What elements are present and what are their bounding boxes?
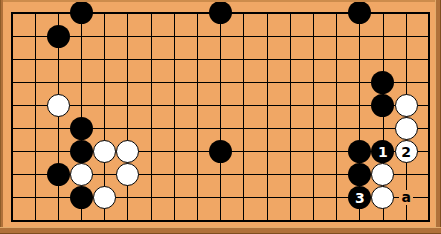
intersection	[70, 140, 93, 163]
intersection	[70, 186, 93, 209]
intersection	[93, 48, 116, 71]
intersection	[302, 140, 325, 163]
intersection	[325, 1, 348, 24]
intersection: 3	[348, 186, 371, 209]
intersection	[116, 117, 139, 140]
intersection	[47, 1, 70, 24]
point-label-a: a	[399, 190, 412, 205]
intersection	[186, 140, 209, 163]
white-stone	[116, 163, 139, 186]
intersection	[279, 186, 302, 209]
intersection	[116, 163, 139, 186]
intersection	[279, 25, 302, 48]
intersection	[70, 25, 93, 48]
intersection	[395, 117, 418, 140]
intersection	[209, 1, 232, 24]
intersection	[24, 140, 47, 163]
board-edge-top	[0, 0, 441, 2]
intersection	[279, 140, 302, 163]
black-stone-move-3: 3	[348, 186, 371, 209]
intersection	[232, 163, 255, 186]
intersection	[395, 48, 418, 71]
intersection	[255, 117, 278, 140]
black-stone	[348, 163, 371, 186]
intersection	[0, 186, 23, 209]
intersection	[116, 186, 139, 209]
intersection	[209, 48, 232, 71]
intersection	[395, 1, 418, 24]
intersection	[0, 94, 23, 117]
black-stone	[70, 140, 93, 163]
black-stone	[348, 1, 371, 24]
intersection	[24, 71, 47, 94]
intersection	[209, 163, 232, 186]
board-edge-left	[0, 0, 3, 234]
intersection	[24, 48, 47, 71]
intersection	[371, 186, 394, 209]
intersection	[0, 117, 23, 140]
white-stone	[70, 163, 93, 186]
black-stone	[209, 140, 232, 163]
intersection	[140, 94, 163, 117]
intersection	[371, 1, 394, 24]
intersection	[140, 186, 163, 209]
intersection	[209, 25, 232, 48]
intersection	[93, 163, 116, 186]
intersection	[209, 186, 232, 209]
intersection	[371, 48, 394, 71]
intersection	[70, 71, 93, 94]
intersection	[47, 186, 70, 209]
intersection	[348, 117, 371, 140]
intersection	[163, 163, 186, 186]
intersection: 2	[395, 140, 418, 163]
intersection	[0, 140, 23, 163]
intersection	[116, 94, 139, 117]
intersection	[325, 117, 348, 140]
intersection	[140, 140, 163, 163]
intersection	[186, 94, 209, 117]
intersection	[279, 71, 302, 94]
intersection	[116, 1, 139, 24]
intersection	[348, 163, 371, 186]
intersection	[186, 25, 209, 48]
intersection	[93, 25, 116, 48]
intersection: 1	[371, 140, 394, 163]
intersection	[209, 140, 232, 163]
intersection	[163, 186, 186, 209]
intersection	[24, 1, 47, 24]
intersection	[348, 1, 371, 24]
intersection	[255, 25, 278, 48]
intersection	[140, 117, 163, 140]
intersection	[325, 94, 348, 117]
intersection	[395, 25, 418, 48]
intersection	[0, 163, 23, 186]
intersection	[325, 25, 348, 48]
intersection	[348, 71, 371, 94]
intersection	[325, 163, 348, 186]
intersection	[24, 186, 47, 209]
white-stone	[116, 140, 139, 163]
black-stone-move-1: 1	[371, 140, 394, 163]
black-stone	[47, 25, 70, 48]
intersection	[140, 48, 163, 71]
intersection	[24, 117, 47, 140]
intersection	[140, 71, 163, 94]
intersection	[302, 1, 325, 24]
intersection	[395, 94, 418, 117]
intersection	[0, 25, 23, 48]
intersection	[93, 186, 116, 209]
intersection	[93, 117, 116, 140]
intersection	[70, 117, 93, 140]
intersection	[140, 1, 163, 24]
intersection	[371, 94, 394, 117]
intersection	[163, 1, 186, 24]
intersection	[255, 71, 278, 94]
intersection	[116, 48, 139, 71]
intersection	[24, 163, 47, 186]
intersection	[93, 71, 116, 94]
intersection	[163, 48, 186, 71]
intersection	[209, 117, 232, 140]
intersection: a	[395, 186, 418, 209]
intersection	[279, 1, 302, 24]
intersection	[348, 94, 371, 117]
black-stone	[371, 71, 394, 94]
intersection	[186, 186, 209, 209]
intersection	[24, 25, 47, 48]
intersection	[93, 1, 116, 24]
white-stone	[371, 186, 394, 209]
board-edge-bottom	[0, 227, 441, 234]
intersection	[24, 94, 47, 117]
intersection	[279, 94, 302, 117]
board-edge-right	[435, 0, 441, 234]
white-stone	[395, 94, 418, 117]
intersection	[371, 117, 394, 140]
intersection	[70, 48, 93, 71]
intersection	[302, 163, 325, 186]
intersection	[302, 71, 325, 94]
intersection	[395, 71, 418, 94]
intersection	[255, 94, 278, 117]
intersection	[325, 48, 348, 71]
intersection	[371, 25, 394, 48]
intersection	[232, 186, 255, 209]
intersection	[186, 1, 209, 24]
intersection	[255, 163, 278, 186]
intersection	[255, 48, 278, 71]
go-board: 123a	[0, 0, 441, 234]
intersection	[255, 1, 278, 24]
intersection	[186, 117, 209, 140]
intersection	[348, 25, 371, 48]
intersection	[93, 140, 116, 163]
intersection	[70, 163, 93, 186]
intersection	[70, 1, 93, 24]
intersection	[232, 140, 255, 163]
intersection	[302, 117, 325, 140]
intersection	[0, 1, 23, 24]
intersection	[116, 71, 139, 94]
intersection	[371, 71, 394, 94]
intersection	[232, 71, 255, 94]
intersection	[0, 71, 23, 94]
black-stone	[70, 186, 93, 209]
white-stone-move-2: 2	[395, 140, 418, 163]
intersection	[47, 48, 70, 71]
intersection	[140, 163, 163, 186]
intersection	[47, 94, 70, 117]
white-stone	[47, 94, 70, 117]
intersection	[302, 25, 325, 48]
intersection	[325, 71, 348, 94]
intersection	[163, 140, 186, 163]
white-stone	[93, 140, 116, 163]
white-stone	[395, 117, 418, 140]
white-stone	[93, 186, 116, 209]
intersection	[47, 117, 70, 140]
intersection	[232, 94, 255, 117]
intersection	[47, 163, 70, 186]
intersection	[163, 25, 186, 48]
intersection	[371, 163, 394, 186]
intersection	[186, 71, 209, 94]
intersection	[279, 48, 302, 71]
intersection	[232, 25, 255, 48]
intersection	[232, 1, 255, 24]
board-grid: 123a	[0, 1, 441, 232]
intersection	[255, 186, 278, 209]
intersection	[116, 140, 139, 163]
black-stone	[348, 140, 371, 163]
intersection	[209, 71, 232, 94]
intersection	[70, 94, 93, 117]
intersection	[279, 117, 302, 140]
intersection	[140, 25, 163, 48]
intersection	[163, 71, 186, 94]
intersection	[302, 186, 325, 209]
intersection	[186, 163, 209, 186]
intersection	[395, 163, 418, 186]
intersection	[186, 48, 209, 71]
move-number: 3	[355, 191, 365, 205]
intersection	[302, 48, 325, 71]
move-number: 1	[378, 145, 388, 159]
black-stone	[47, 163, 70, 186]
intersection	[209, 94, 232, 117]
intersection	[325, 186, 348, 209]
intersection	[163, 117, 186, 140]
intersection	[232, 117, 255, 140]
intersection	[302, 94, 325, 117]
intersection	[116, 25, 139, 48]
black-stone	[371, 94, 394, 117]
black-stone	[70, 1, 93, 24]
intersection	[279, 163, 302, 186]
intersection	[93, 94, 116, 117]
intersection	[348, 48, 371, 71]
intersection	[163, 94, 186, 117]
intersection	[47, 71, 70, 94]
black-stone	[70, 117, 93, 140]
intersection	[0, 48, 23, 71]
intersection	[47, 25, 70, 48]
white-stone	[371, 163, 394, 186]
black-stone	[209, 1, 232, 24]
intersection	[255, 140, 278, 163]
intersection	[325, 140, 348, 163]
move-number: 2	[401, 145, 411, 159]
intersection	[232, 48, 255, 71]
intersection	[348, 140, 371, 163]
intersection	[47, 140, 70, 163]
